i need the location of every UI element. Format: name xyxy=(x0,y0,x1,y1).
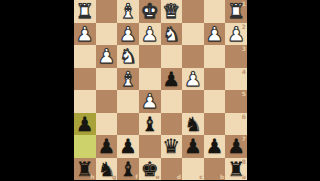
white-rook-h1[interactable]: ♜ xyxy=(74,0,96,23)
square-e8[interactable]: ♚e xyxy=(139,158,161,181)
square-d6[interactable] xyxy=(161,113,183,136)
square-c6[interactable]: ♞ xyxy=(182,113,204,136)
square-c1[interactable] xyxy=(182,0,204,23)
file-label-b: b xyxy=(220,174,224,180)
black-pawn-h6[interactable]: ♟ xyxy=(74,113,96,136)
black-rook-h8[interactable]: ♜ xyxy=(74,158,96,181)
square-e7[interactable] xyxy=(139,135,161,158)
square-b8[interactable]: b xyxy=(204,158,226,181)
rank-label-6: 6 xyxy=(242,114,246,120)
black-bishop-f8[interactable]: ♝ xyxy=(117,158,139,181)
square-e5[interactable]: ♟ xyxy=(139,90,161,113)
square-g6[interactable] xyxy=(96,113,118,136)
letterbox-right xyxy=(247,0,320,180)
white-pawn-e5[interactable]: ♟ xyxy=(139,90,161,113)
square-f4[interactable]: ♝ xyxy=(117,68,139,91)
square-b4[interactable] xyxy=(204,68,226,91)
white-pawn-c4[interactable]: ♟ xyxy=(182,68,204,91)
square-d4[interactable]: ♟ xyxy=(161,68,183,91)
square-b7[interactable]: ♟ xyxy=(204,135,226,158)
video-frame: ♜♝♚♛♜1♟♟♟♞♟♟2♟♞3♝♟♟4♟5♟♝♞6♟♟♛♟♟♟7♜h♞g♝f♚… xyxy=(0,0,320,180)
square-b6[interactable] xyxy=(204,113,226,136)
black-pawn-g7[interactable]: ♟ xyxy=(96,135,118,158)
square-a4[interactable]: 4 xyxy=(225,68,247,91)
square-h8[interactable]: ♜h xyxy=(74,158,96,181)
white-king-e1[interactable]: ♚ xyxy=(139,0,161,23)
square-b3[interactable] xyxy=(204,45,226,68)
white-knight-d2[interactable]: ♞ xyxy=(161,23,183,46)
black-pawn-d4[interactable]: ♟ xyxy=(161,68,183,91)
square-h2[interactable]: ♟ xyxy=(74,23,96,46)
square-a8[interactable]: ♜8a xyxy=(225,158,247,181)
square-g8[interactable]: ♞g xyxy=(96,158,118,181)
square-b5[interactable] xyxy=(204,90,226,113)
white-bishop-f1[interactable]: ♝ xyxy=(117,0,139,23)
square-f2[interactable]: ♟ xyxy=(117,23,139,46)
square-f1[interactable]: ♝ xyxy=(117,0,139,23)
black-pawn-c7[interactable]: ♟ xyxy=(182,135,204,158)
white-pawn-b2[interactable]: ♟ xyxy=(204,23,226,46)
square-a6[interactable]: 6 xyxy=(225,113,247,136)
square-h5[interactable] xyxy=(74,90,96,113)
square-f5[interactable] xyxy=(117,90,139,113)
square-d2[interactable]: ♞ xyxy=(161,23,183,46)
square-f8[interactable]: ♝f xyxy=(117,158,139,181)
file-label-c: c xyxy=(199,174,203,180)
black-knight-g8[interactable]: ♞ xyxy=(96,158,118,181)
letterbox-left xyxy=(0,0,74,180)
square-e6[interactable]: ♝ xyxy=(139,113,161,136)
black-pawn-b7[interactable]: ♟ xyxy=(204,135,226,158)
square-e3[interactable] xyxy=(139,45,161,68)
square-b1[interactable] xyxy=(204,0,226,23)
chess-board[interactable]: ♜♝♚♛♜1♟♟♟♞♟♟2♟♞3♝♟♟4♟5♟♝♞6♟♟♛♟♟♟7♜h♞g♝f♚… xyxy=(74,0,247,180)
square-c5[interactable] xyxy=(182,90,204,113)
black-rook-a8[interactable]: ♜ xyxy=(225,158,247,181)
square-a7[interactable]: ♟7 xyxy=(225,135,247,158)
white-bishop-f4[interactable]: ♝ xyxy=(117,68,139,91)
square-c2[interactable] xyxy=(182,23,204,46)
square-d5[interactable] xyxy=(161,90,183,113)
white-knight-f3[interactable]: ♞ xyxy=(117,45,139,68)
square-h4[interactable] xyxy=(74,68,96,91)
square-d3[interactable] xyxy=(161,45,183,68)
square-h3[interactable] xyxy=(74,45,96,68)
square-g1[interactable] xyxy=(96,0,118,23)
square-g5[interactable] xyxy=(96,90,118,113)
square-c7[interactable]: ♟ xyxy=(182,135,204,158)
square-d1[interactable]: ♛ xyxy=(161,0,183,23)
white-rook-a1[interactable]: ♜ xyxy=(225,0,247,23)
file-label-d: d xyxy=(177,174,181,180)
square-h6[interactable]: ♟ xyxy=(74,113,96,136)
black-king-e8[interactable]: ♚ xyxy=(139,158,161,181)
black-pawn-a7[interactable]: ♟ xyxy=(225,135,247,158)
rank-label-3: 3 xyxy=(242,46,246,52)
square-b2[interactable]: ♟ xyxy=(204,23,226,46)
black-pawn-f7[interactable]: ♟ xyxy=(117,135,139,158)
white-queen-d1[interactable]: ♛ xyxy=(161,0,183,23)
square-h7[interactable] xyxy=(74,135,96,158)
white-pawn-f2[interactable]: ♟ xyxy=(117,23,139,46)
square-g7[interactable]: ♟ xyxy=(96,135,118,158)
square-a2[interactable]: ♟2 xyxy=(225,23,247,46)
square-c4[interactable]: ♟ xyxy=(182,68,204,91)
rank-label-4: 4 xyxy=(242,69,246,75)
square-f7[interactable]: ♟ xyxy=(117,135,139,158)
square-c3[interactable] xyxy=(182,45,204,68)
square-e1[interactable]: ♚ xyxy=(139,0,161,23)
black-bishop-e6[interactable]: ♝ xyxy=(139,113,161,136)
black-queen-d7[interactable]: ♛ xyxy=(161,135,183,158)
square-f3[interactable]: ♞ xyxy=(117,45,139,68)
square-g2[interactable] xyxy=(96,23,118,46)
square-a5[interactable]: 5 xyxy=(225,90,247,113)
white-pawn-h2[interactable]: ♟ xyxy=(74,23,96,46)
square-a1[interactable]: ♜1 xyxy=(225,0,247,23)
square-e4[interactable] xyxy=(139,68,161,91)
square-c8[interactable]: c xyxy=(182,158,204,181)
square-f6[interactable] xyxy=(117,113,139,136)
white-pawn-a2[interactable]: ♟ xyxy=(225,23,247,46)
square-h1[interactable]: ♜ xyxy=(74,0,96,23)
square-a3[interactable]: 3 xyxy=(225,45,247,68)
square-d7[interactable]: ♛ xyxy=(161,135,183,158)
square-g3[interactable]: ♟ xyxy=(96,45,118,68)
square-e2[interactable]: ♟ xyxy=(139,23,161,46)
white-pawn-e2[interactable]: ♟ xyxy=(139,23,161,46)
square-d8[interactable]: d xyxy=(161,158,183,181)
square-g4[interactable] xyxy=(96,68,118,91)
black-knight-c6[interactable]: ♞ xyxy=(182,113,204,136)
white-pawn-g3[interactable]: ♟ xyxy=(96,45,118,68)
rank-label-5: 5 xyxy=(242,91,246,97)
